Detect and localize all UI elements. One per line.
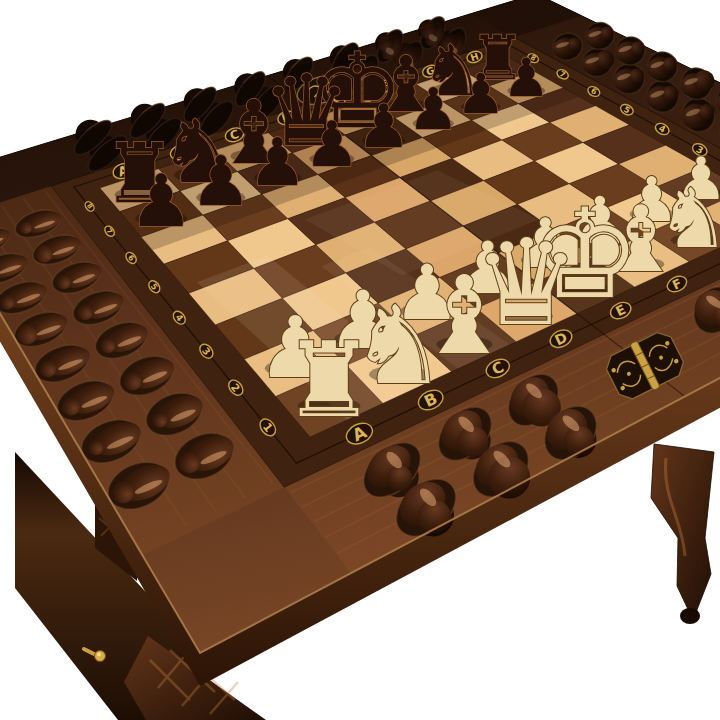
drawer-knob-highlight (97, 653, 101, 657)
piece-black-pawn-h7[interactable]: ♟ (502, 47, 549, 108)
chess-table-photo: 8765432187654321ABCDEFGHABCDEFGH♜♞♟♝♟♚♟♛… (0, 0, 720, 720)
chess-table-scene: 8765432187654321ABCDEFGHABCDEFGH♜♞♟♝♟♚♟♛… (0, 0, 720, 720)
piece-black-pawn-g7[interactable]: ♟ (456, 62, 505, 126)
piece-black-pawn-d7[interactable]: ♟ (304, 108, 360, 181)
leg-foot (680, 608, 700, 624)
piece-white-rook-a1[interactable]: ♜ (282, 319, 375, 441)
piece-black-pawn-a7[interactable]: ♟ (129, 159, 194, 243)
piece-black-pawn-f7[interactable]: ♟ (407, 76, 459, 143)
piece-black-pawn-b7[interactable]: ♟ (190, 141, 252, 221)
table-render: 8765432187654321ABCDEFGHABCDEFGH♜♞♟♝♟♚♟♛… (0, 0, 720, 720)
piece-black-pawn-c7[interactable]: ♟ (248, 124, 307, 201)
piece-black-pawn-e7[interactable]: ♟ (357, 91, 411, 161)
